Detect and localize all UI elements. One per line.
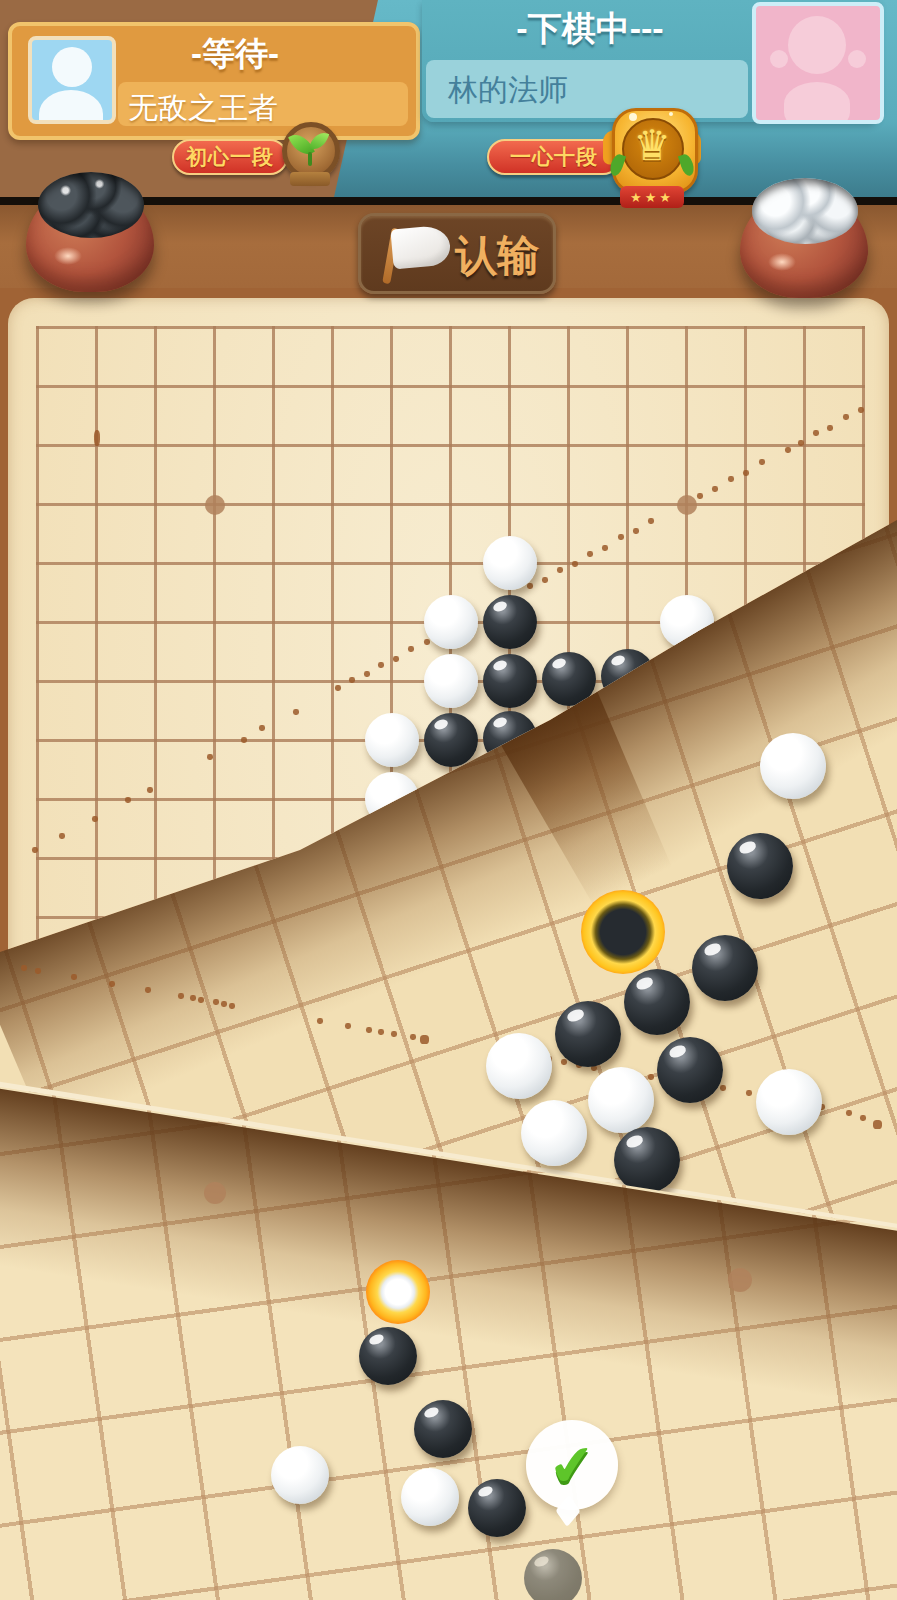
left-player-status: -等待-: [120, 32, 350, 77]
left-player-name: 无敌之王者: [128, 88, 408, 129]
wood-speckle: [92, 816, 98, 822]
resign-button[interactable]: 认输: [358, 213, 556, 294]
checkmark-icon[interactable]: ✔: [522, 1415, 623, 1514]
white-stones-pile: [752, 178, 858, 244]
wood-speckle: [364, 671, 370, 677]
stone-black: [468, 1479, 526, 1537]
wood-speckle: [728, 476, 734, 482]
person-silhouette-icon: [52, 47, 92, 87]
stone-black: [657, 1037, 723, 1103]
wood-speckle: [542, 577, 548, 583]
right-player-avatar[interactable]: [752, 2, 884, 124]
stone-white: [401, 1468, 459, 1526]
wood-speckle: [198, 997, 204, 1003]
girl-silhouette-icon: [788, 16, 846, 74]
wood-speckle: [366, 1027, 372, 1033]
black-stone-bowl: [22, 168, 160, 296]
wood-speckle: [587, 551, 593, 557]
wood-speckle: [109, 981, 115, 987]
wood-speckle: [759, 459, 765, 465]
right-rank-badge: 一心十段: [487, 139, 621, 175]
last-move-stone-black: [581, 890, 665, 974]
wood-speckle: [785, 447, 791, 453]
wood-speckle: [873, 1120, 882, 1129]
wood-speckle: [860, 1115, 866, 1121]
wood-speckle: [35, 968, 41, 974]
board-area[interactable]: ✔: [0, 288, 897, 1600]
white-stone-bowl: [736, 174, 874, 302]
wood-speckle: [213, 999, 219, 1005]
wood-speckle: [712, 486, 718, 492]
crown-stars: ★★★: [620, 186, 684, 208]
sprout-icon: [280, 120, 340, 188]
star-point: [205, 495, 225, 515]
star-point: [728, 1268, 752, 1292]
wood-speckle: [420, 1035, 429, 1044]
wood-speckle: [648, 1074, 654, 1080]
wood-speckle: [349, 677, 355, 683]
wood-speckle: [393, 656, 399, 662]
left-player-avatar[interactable]: [28, 36, 116, 124]
wood-speckle: [410, 1034, 416, 1040]
confirm-move-bubble[interactable]: ✔: [526, 1420, 618, 1510]
wood-speckle: [125, 797, 131, 803]
wood-speckle: [335, 685, 341, 691]
wood-speckle: [241, 737, 247, 743]
wood-speckle: [424, 639, 430, 645]
stone-black: [624, 969, 690, 1035]
wood-speckle: [557, 567, 563, 573]
wood-speckle: [378, 1029, 384, 1035]
stone-black: [727, 833, 793, 899]
wood-speckle: [59, 833, 65, 839]
wood-speckle: [21, 965, 27, 971]
game-screen: ✔ -等待- 无敌之王者 -下棋中--- 林的法师: [0, 0, 897, 1600]
wood-speckle: [697, 493, 703, 499]
wood-speckle: [572, 561, 578, 567]
stone-white: [424, 595, 478, 649]
stone-white: [365, 713, 419, 767]
wood-speckle: [229, 1003, 235, 1009]
resign-button-label: 认输: [455, 228, 539, 284]
wood-speckle: [345, 1023, 351, 1029]
stone-black: [483, 654, 537, 708]
wood-speckle: [190, 995, 196, 1001]
stone-black: [424, 713, 478, 767]
wood-speckle: [145, 987, 151, 993]
wood-speckle: [178, 993, 184, 999]
stone-white: [521, 1100, 587, 1166]
wood-speckle: [147, 787, 153, 793]
wood-speckle: [618, 534, 624, 540]
wood-speckle: [813, 430, 819, 436]
crown-icon: ♛ ★★★: [603, 106, 701, 208]
stone-black: [555, 1001, 621, 1067]
wood-speckle: [391, 1031, 397, 1037]
wood-speckle: [207, 754, 213, 760]
wood-speckle: [746, 1090, 752, 1096]
wood-speckle: [648, 518, 654, 524]
stone-black: [359, 1327, 417, 1385]
wood-speckle: [602, 545, 608, 551]
star-point: [204, 1182, 226, 1204]
star-point: [677, 495, 697, 515]
stone-white: [756, 1069, 822, 1135]
stone-black: [483, 595, 537, 649]
wood-speckle: [720, 1085, 726, 1091]
wood-speckle: [846, 1110, 852, 1116]
wood-speckle: [827, 425, 833, 431]
wood-speckle: [527, 583, 533, 589]
stone-white: [760, 733, 826, 799]
wood-speckle: [32, 847, 38, 853]
black-stones-pile: [38, 172, 144, 238]
stone-white: [424, 654, 478, 708]
stone-white: [271, 1446, 329, 1504]
wood-speckle: [743, 470, 749, 476]
wood-speckle: [94, 430, 100, 446]
wood-speckle: [843, 414, 849, 420]
pending-stone: [524, 1549, 582, 1600]
stone-black: [692, 935, 758, 1001]
wood-speckle: [317, 1018, 323, 1024]
wood-speckle: [221, 1001, 227, 1007]
wood-speckle: [259, 725, 265, 731]
wood-speckle: [798, 440, 804, 446]
stone-white: [588, 1067, 654, 1133]
wood-speckle: [633, 528, 639, 534]
stone-white: [486, 1033, 552, 1099]
stone-black: [614, 1127, 680, 1193]
right-player-status: -下棋中---: [432, 6, 748, 52]
last-move-stone-white: [366, 1260, 430, 1324]
wood-speckle: [71, 974, 77, 980]
stone-white: [483, 536, 537, 590]
wood-speckle: [858, 407, 864, 413]
left-rank-badge: 初心一段: [172, 139, 288, 175]
wood-speckle: [408, 646, 414, 652]
stone-black: [414, 1400, 472, 1458]
wood-speckle: [378, 662, 384, 668]
wood-speckle: [561, 1059, 567, 1065]
wood-speckle: [293, 709, 299, 715]
right-player-name: 林的法师: [448, 70, 568, 111]
